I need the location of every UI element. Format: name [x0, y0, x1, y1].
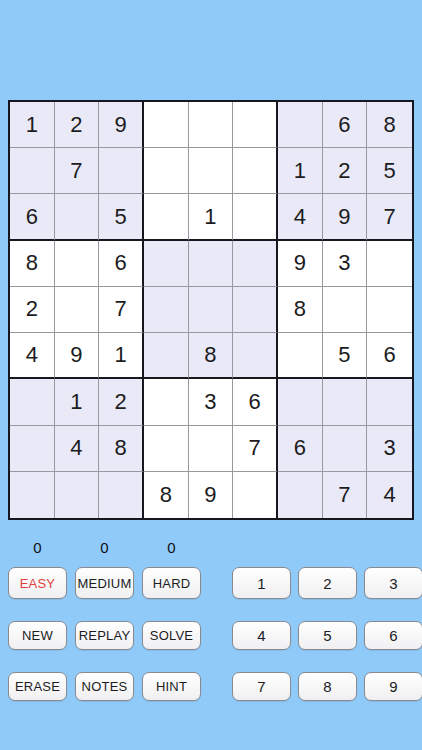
cell-r9c1[interactable]	[10, 472, 55, 518]
number-9-button[interactable]: 9	[364, 672, 422, 701]
cell-r8c1[interactable]	[10, 426, 55, 472]
cell-r4c4[interactable]	[144, 241, 189, 287]
cell-r2c4[interactable]	[144, 148, 189, 194]
cell-r4c9[interactable]	[367, 241, 412, 287]
cell-r9c7[interactable]	[278, 472, 323, 518]
cell-r2c3[interactable]	[99, 148, 144, 194]
number-2-button[interactable]: 2	[298, 567, 357, 599]
cell-r3c9[interactable]: 7	[367, 194, 412, 240]
cell-r5c2[interactable]	[55, 287, 100, 333]
cell-r3c2[interactable]	[55, 194, 100, 240]
cell-r6c6[interactable]	[233, 333, 278, 379]
solve-button[interactable]: SOLVE	[142, 621, 201, 650]
cell-r4c2[interactable]	[55, 241, 100, 287]
row-edit-and-789: ERASE NOTES HINT 7 8 9	[0, 672, 422, 701]
number-4-button[interactable]: 4	[232, 621, 291, 650]
easy-button[interactable]: EASY	[8, 567, 67, 599]
cell-r1c2[interactable]: 2	[55, 102, 100, 148]
cell-r3c5[interactable]: 1	[189, 194, 234, 240]
number-1-button[interactable]: 1	[232, 567, 291, 599]
cell-r3c1[interactable]: 6	[10, 194, 55, 240]
cell-r2c7[interactable]: 1	[278, 148, 323, 194]
cell-r5c9[interactable]	[367, 287, 412, 333]
notes-button[interactable]: NOTES	[75, 672, 134, 701]
cell-r6c7[interactable]	[278, 333, 323, 379]
cell-r7c9[interactable]	[367, 379, 412, 425]
cell-r9c5[interactable]: 9	[189, 472, 234, 518]
cell-r6c5[interactable]: 8	[189, 333, 234, 379]
cell-r8c8[interactable]	[323, 426, 368, 472]
cell-r8c4[interactable]	[144, 426, 189, 472]
cell-r1c8[interactable]: 6	[323, 102, 368, 148]
cell-r7c4[interactable]	[144, 379, 189, 425]
cell-r3c4[interactable]	[144, 194, 189, 240]
cell-r3c7[interactable]: 4	[278, 194, 323, 240]
number-5-button[interactable]: 5	[298, 621, 357, 650]
cell-r5c4[interactable]	[144, 287, 189, 333]
cell-r9c9[interactable]: 4	[367, 472, 412, 518]
cell-r3c3[interactable]: 5	[99, 194, 144, 240]
sudoku-grid: 1296871256514978693278491856123648763897…	[8, 100, 414, 520]
hint-button[interactable]: HINT	[142, 672, 201, 701]
cell-r9c2[interactable]	[55, 472, 100, 518]
medium-button[interactable]: MEDIUM	[75, 567, 134, 599]
cell-r2c9[interactable]: 5	[367, 148, 412, 194]
cell-r5c6[interactable]	[233, 287, 278, 333]
cell-r8c2[interactable]: 4	[55, 426, 100, 472]
number-3-button[interactable]: 3	[364, 567, 422, 599]
cell-r5c8[interactable]	[323, 287, 368, 333]
cell-r6c2[interactable]: 9	[55, 333, 100, 379]
cell-r1c7[interactable]	[278, 102, 323, 148]
cell-r4c3[interactable]: 6	[99, 241, 144, 287]
cell-r8c5[interactable]	[189, 426, 234, 472]
cell-r4c6[interactable]	[233, 241, 278, 287]
cell-r2c5[interactable]	[189, 148, 234, 194]
cell-r2c6[interactable]	[233, 148, 278, 194]
cell-r5c3[interactable]: 7	[99, 287, 144, 333]
cell-r2c8[interactable]: 2	[323, 148, 368, 194]
cell-r1c9[interactable]: 8	[367, 102, 412, 148]
cell-r3c8[interactable]: 9	[323, 194, 368, 240]
new-button[interactable]: NEW	[8, 621, 67, 650]
cell-r6c9[interactable]: 6	[367, 333, 412, 379]
row-game-and-456: NEW REPLAY SOLVE 4 5 6	[0, 621, 422, 650]
cell-r6c4[interactable]	[144, 333, 189, 379]
cell-r7c1[interactable]	[10, 379, 55, 425]
cell-r7c5[interactable]: 3	[189, 379, 234, 425]
cell-r3c6[interactable]	[233, 194, 278, 240]
cell-r1c6[interactable]	[233, 102, 278, 148]
cell-r9c6[interactable]	[233, 472, 278, 518]
cell-r9c8[interactable]: 7	[323, 472, 368, 518]
replay-button[interactable]: REPLAY	[75, 621, 134, 650]
cell-r4c8[interactable]: 3	[323, 241, 368, 287]
hard-button[interactable]: HARD	[142, 567, 201, 599]
cell-r4c7[interactable]: 9	[278, 241, 323, 287]
cell-r9c3[interactable]	[99, 472, 144, 518]
cell-r8c9[interactable]: 3	[367, 426, 412, 472]
hard-counter: 0	[142, 539, 201, 556]
cell-r4c1[interactable]: 8	[10, 241, 55, 287]
medium-counter: 0	[75, 539, 134, 556]
cell-r8c7[interactable]: 6	[278, 426, 323, 472]
cell-r5c5[interactable]	[189, 287, 234, 333]
cell-r1c4[interactable]	[144, 102, 189, 148]
cell-r1c5[interactable]	[189, 102, 234, 148]
cell-r6c8[interactable]: 5	[323, 333, 368, 379]
cell-r7c8[interactable]	[323, 379, 368, 425]
easy-counter: 0	[8, 539, 67, 556]
cell-r7c6[interactable]: 6	[233, 379, 278, 425]
erase-button[interactable]: ERASE	[8, 672, 67, 701]
cell-r4c5[interactable]	[189, 241, 234, 287]
cell-r7c3[interactable]: 2	[99, 379, 144, 425]
number-8-button[interactable]: 8	[298, 672, 357, 701]
cell-r5c1[interactable]: 2	[10, 287, 55, 333]
controls-panel: 0 0 0 EASY MEDIUM HARD 1 2 3 NEW REPLAY …	[0, 536, 422, 701]
cell-r2c2[interactable]: 7	[55, 148, 100, 194]
cell-r8c3[interactable]: 8	[99, 426, 144, 472]
cell-r7c2[interactable]: 1	[55, 379, 100, 425]
cell-r5c7[interactable]: 8	[278, 287, 323, 333]
number-6-button[interactable]: 6	[364, 621, 422, 650]
cell-r2c1[interactable]	[10, 148, 55, 194]
score-counters: 0 0 0	[0, 536, 422, 558]
cell-r8c6[interactable]: 7	[233, 426, 278, 472]
number-7-button[interactable]: 7	[232, 672, 291, 701]
cell-r9c4[interactable]: 8	[144, 472, 189, 518]
cell-r7c7[interactable]	[278, 379, 323, 425]
row-difficulty-and-123: EASY MEDIUM HARD 1 2 3	[0, 567, 422, 599]
cell-r1c3[interactable]: 9	[99, 102, 144, 148]
cell-r6c3[interactable]: 1	[99, 333, 144, 379]
cell-r6c1[interactable]: 4	[10, 333, 55, 379]
cell-r1c1[interactable]: 1	[10, 102, 55, 148]
